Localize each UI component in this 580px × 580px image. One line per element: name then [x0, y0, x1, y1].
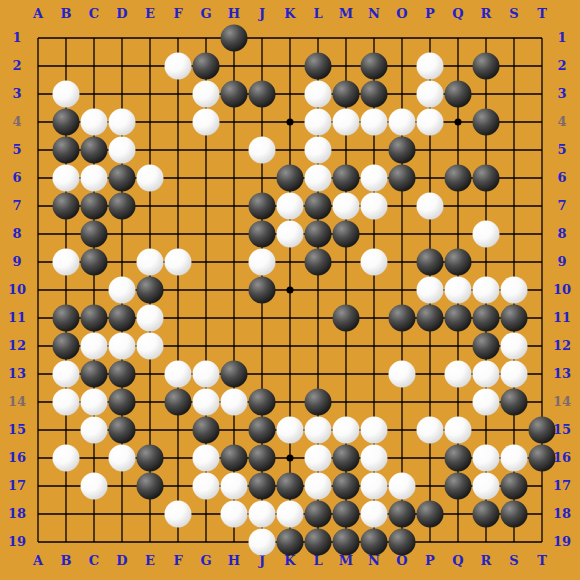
white-stone-D16	[109, 445, 136, 472]
col-label-bottom-E: E	[145, 554, 155, 568]
white-stone-S16	[501, 445, 528, 472]
white-stone-B13	[53, 361, 80, 388]
col-label-top-D: D	[116, 7, 127, 21]
white-stone-B14	[53, 389, 80, 416]
white-stone-B3	[53, 81, 80, 108]
row-label-left-19: 19	[8, 535, 26, 549]
white-stone-R14	[473, 389, 500, 416]
white-stone-P10	[417, 277, 444, 304]
white-stone-G14	[193, 389, 220, 416]
black-stone-J10	[249, 277, 276, 304]
white-stone-Q15	[445, 417, 472, 444]
black-stone-Q6	[445, 165, 472, 192]
black-stone-H3	[221, 81, 248, 108]
go-board-app: AABBCCDDEEFFGGHHJJKKLLMMNNOOPPQQRRSSTT11…	[0, 0, 580, 580]
white-stone-R8	[473, 221, 500, 248]
col-label-bottom-M: M	[339, 554, 353, 568]
black-stone-J15	[249, 417, 276, 444]
white-stone-S10	[501, 277, 528, 304]
black-stone-R6	[473, 165, 500, 192]
col-label-top-J: J	[259, 7, 265, 21]
col-label-bottom-K: K	[284, 554, 295, 568]
black-stone-C8	[81, 221, 108, 248]
hoshi-point-K16	[287, 455, 294, 462]
black-stone-S17	[501, 473, 528, 500]
black-stone-B7	[53, 193, 80, 220]
black-stone-K17	[277, 473, 304, 500]
black-stone-T16	[529, 445, 556, 472]
col-label-top-F: F	[173, 7, 182, 21]
white-stone-B9	[53, 249, 80, 276]
black-stone-C11	[81, 305, 108, 332]
white-stone-H18	[221, 501, 248, 528]
black-stone-T15	[529, 417, 556, 444]
black-stone-Q3	[445, 81, 472, 108]
black-stone-L8	[305, 221, 332, 248]
row-label-left-12: 12	[8, 339, 26, 353]
col-label-top-K: K	[284, 7, 295, 21]
row-label-left-5: 5	[12, 143, 21, 157]
row-label-left-1: 1	[12, 31, 21, 45]
col-label-bottom-H: H	[228, 554, 240, 568]
white-stone-M4	[333, 109, 360, 136]
white-stone-J19	[249, 529, 276, 556]
white-stone-N18	[361, 501, 388, 528]
black-stone-O6	[389, 165, 416, 192]
black-stone-H16	[221, 445, 248, 472]
black-stone-M3	[333, 81, 360, 108]
black-stone-L18	[305, 501, 332, 528]
col-label-bottom-P: P	[425, 554, 435, 568]
white-stone-E9	[137, 249, 164, 276]
col-label-top-N: N	[368, 7, 380, 21]
black-stone-P18	[417, 501, 444, 528]
col-label-top-M: M	[339, 7, 353, 21]
white-stone-S12	[501, 333, 528, 360]
black-stone-H13	[221, 361, 248, 388]
white-stone-S13	[501, 361, 528, 388]
col-label-top-C: C	[89, 7, 99, 21]
white-stone-C14	[81, 389, 108, 416]
black-stone-N3	[361, 81, 388, 108]
row-label-left-10: 10	[8, 283, 26, 297]
col-label-top-O: O	[396, 7, 407, 21]
row-label-right-11: 11	[553, 311, 571, 325]
col-label-bottom-S: S	[509, 554, 518, 568]
row-label-left-4: 4	[12, 115, 21, 129]
black-stone-C7	[81, 193, 108, 220]
black-stone-S11	[501, 305, 528, 332]
white-stone-P3	[417, 81, 444, 108]
black-stone-J8	[249, 221, 276, 248]
black-stone-J7	[249, 193, 276, 220]
black-stone-E17	[137, 473, 164, 500]
col-label-top-H: H	[228, 7, 240, 21]
black-stone-K6	[277, 165, 304, 192]
black-stone-Q16	[445, 445, 472, 472]
row-label-right-16: 16	[553, 451, 571, 465]
white-stone-L3	[305, 81, 332, 108]
row-label-right-8: 8	[557, 227, 566, 241]
white-stone-E6	[137, 165, 164, 192]
white-stone-C12	[81, 333, 108, 360]
black-stone-J14	[249, 389, 276, 416]
row-label-left-18: 18	[8, 507, 26, 521]
white-stone-O17	[389, 473, 416, 500]
white-stone-C4	[81, 109, 108, 136]
black-stone-M8	[333, 221, 360, 248]
white-stone-H14	[221, 389, 248, 416]
white-stone-J9	[249, 249, 276, 276]
white-stone-C15	[81, 417, 108, 444]
col-label-top-Q: Q	[452, 7, 463, 21]
white-stone-B6	[53, 165, 80, 192]
white-stone-K7	[277, 193, 304, 220]
col-label-bottom-G: G	[200, 554, 211, 568]
white-stone-L4	[305, 109, 332, 136]
white-stone-D12	[109, 333, 136, 360]
row-label-left-13: 13	[8, 367, 26, 381]
white-stone-P7	[417, 193, 444, 220]
col-label-top-A: A	[33, 7, 43, 21]
white-stone-D10	[109, 277, 136, 304]
white-stone-G4	[193, 109, 220, 136]
col-label-top-B: B	[61, 7, 72, 21]
black-stone-J16	[249, 445, 276, 472]
col-label-bottom-O: O	[396, 554, 407, 568]
row-label-right-13: 13	[553, 367, 571, 381]
white-stone-R10	[473, 277, 500, 304]
black-stone-Q11	[445, 305, 472, 332]
hoshi-point-K4	[287, 119, 294, 126]
black-stone-O11	[389, 305, 416, 332]
black-stone-F14	[165, 389, 192, 416]
white-stone-R17	[473, 473, 500, 500]
black-stone-H1	[221, 25, 248, 52]
row-label-right-10: 10	[553, 283, 571, 297]
col-label-bottom-T: T	[537, 554, 547, 568]
row-label-right-6: 6	[557, 171, 566, 185]
row-label-right-18: 18	[553, 507, 571, 521]
white-stone-B16	[53, 445, 80, 472]
white-stone-G13	[193, 361, 220, 388]
white-stone-J18	[249, 501, 276, 528]
row-label-right-19: 19	[553, 535, 571, 549]
row-label-left-7: 7	[12, 199, 21, 213]
black-stone-D13	[109, 361, 136, 388]
row-label-right-3: 3	[557, 87, 566, 101]
black-stone-B4	[53, 109, 80, 136]
col-label-bottom-F: F	[173, 554, 182, 568]
white-stone-C6	[81, 165, 108, 192]
row-label-right-9: 9	[557, 255, 566, 269]
col-label-bottom-Q: Q	[452, 554, 463, 568]
black-stone-D15	[109, 417, 136, 444]
white-stone-P4	[417, 109, 444, 136]
black-stone-O18	[389, 501, 416, 528]
black-stone-M19	[333, 529, 360, 556]
black-stone-R4	[473, 109, 500, 136]
col-label-bottom-L: L	[313, 554, 322, 568]
black-stone-D14	[109, 389, 136, 416]
black-stone-M17	[333, 473, 360, 500]
white-stone-H17	[221, 473, 248, 500]
black-stone-M18	[333, 501, 360, 528]
col-label-bottom-C: C	[89, 554, 99, 568]
black-stone-B5	[53, 137, 80, 164]
black-stone-M11	[333, 305, 360, 332]
black-stone-L7	[305, 193, 332, 220]
black-stone-C13	[81, 361, 108, 388]
white-stone-P2	[417, 53, 444, 80]
black-stone-R18	[473, 501, 500, 528]
row-label-right-4: 4	[557, 115, 566, 129]
white-stone-N16	[361, 445, 388, 472]
black-stone-R11	[473, 305, 500, 332]
black-stone-S14	[501, 389, 528, 416]
col-label-top-P: P	[425, 7, 435, 21]
hoshi-point-K10	[287, 287, 294, 294]
white-stone-M15	[333, 417, 360, 444]
black-stone-R12	[473, 333, 500, 360]
white-stone-F9	[165, 249, 192, 276]
row-label-left-6: 6	[12, 171, 21, 185]
col-label-top-G: G	[200, 7, 211, 21]
white-stone-E11	[137, 305, 164, 332]
white-stone-G3	[193, 81, 220, 108]
row-label-right-1: 1	[557, 31, 566, 45]
col-label-top-E: E	[145, 7, 155, 21]
row-label-right-17: 17	[553, 479, 571, 493]
row-label-left-9: 9	[12, 255, 21, 269]
row-label-left-3: 3	[12, 87, 21, 101]
black-stone-R2	[473, 53, 500, 80]
black-stone-C9	[81, 249, 108, 276]
black-stone-L2	[305, 53, 332, 80]
col-label-top-R: R	[481, 7, 492, 21]
col-label-bottom-D: D	[116, 554, 127, 568]
white-stone-M7	[333, 193, 360, 220]
white-stone-O13	[389, 361, 416, 388]
black-stone-N2	[361, 53, 388, 80]
white-stone-G16	[193, 445, 220, 472]
white-stone-N6	[361, 165, 388, 192]
black-stone-P9	[417, 249, 444, 276]
black-stone-L19	[305, 529, 332, 556]
white-stone-D5	[109, 137, 136, 164]
white-stone-F18	[165, 501, 192, 528]
col-label-bottom-J: J	[259, 554, 265, 568]
black-stone-D7	[109, 193, 136, 220]
col-label-bottom-A: A	[33, 554, 43, 568]
white-stone-O4	[389, 109, 416, 136]
black-stone-J3	[249, 81, 276, 108]
white-stone-N9	[361, 249, 388, 276]
white-stone-N4	[361, 109, 388, 136]
col-label-bottom-N: N	[368, 554, 380, 568]
row-label-left-17: 17	[8, 479, 26, 493]
black-stone-O5	[389, 137, 416, 164]
black-stone-B11	[53, 305, 80, 332]
row-label-right-2: 2	[557, 59, 566, 73]
white-stone-E12	[137, 333, 164, 360]
white-stone-L17	[305, 473, 332, 500]
black-stone-B12	[53, 333, 80, 360]
black-stone-O19	[389, 529, 416, 556]
row-label-right-14: 14	[553, 395, 571, 409]
row-label-left-15: 15	[8, 423, 26, 437]
black-stone-E16	[137, 445, 164, 472]
white-stone-R13	[473, 361, 500, 388]
white-stone-Q13	[445, 361, 472, 388]
col-label-top-T: T	[537, 7, 547, 21]
black-stone-Q17	[445, 473, 472, 500]
white-stone-L6	[305, 165, 332, 192]
black-stone-S18	[501, 501, 528, 528]
row-label-right-15: 15	[553, 423, 571, 437]
black-stone-J17	[249, 473, 276, 500]
row-label-left-14: 14	[8, 395, 26, 409]
hoshi-point-Q4	[455, 119, 462, 126]
white-stone-L16	[305, 445, 332, 472]
col-label-bottom-R: R	[481, 554, 492, 568]
black-stone-D11	[109, 305, 136, 332]
row-label-left-2: 2	[12, 59, 21, 73]
white-stone-R16	[473, 445, 500, 472]
black-stone-C5	[81, 137, 108, 164]
white-stone-D4	[109, 109, 136, 136]
white-stone-G17	[193, 473, 220, 500]
black-stone-K19	[277, 529, 304, 556]
white-stone-N15	[361, 417, 388, 444]
white-stone-K15	[277, 417, 304, 444]
black-stone-Q9	[445, 249, 472, 276]
white-stone-P15	[417, 417, 444, 444]
black-stone-M16	[333, 445, 360, 472]
white-stone-F13	[165, 361, 192, 388]
black-stone-D6	[109, 165, 136, 192]
white-stone-Q10	[445, 277, 472, 304]
black-stone-N19	[361, 529, 388, 556]
white-stone-J5	[249, 137, 276, 164]
row-label-left-8: 8	[12, 227, 21, 241]
black-stone-G2	[193, 53, 220, 80]
white-stone-F2	[165, 53, 192, 80]
black-stone-E10	[137, 277, 164, 304]
white-stone-N7	[361, 193, 388, 220]
white-stone-L5	[305, 137, 332, 164]
white-stone-K18	[277, 501, 304, 528]
row-label-left-11: 11	[8, 311, 26, 325]
row-label-right-12: 12	[553, 339, 571, 353]
col-label-bottom-B: B	[61, 554, 72, 568]
black-stone-M6	[333, 165, 360, 192]
row-label-left-16: 16	[8, 451, 26, 465]
black-stone-P11	[417, 305, 444, 332]
black-stone-L14	[305, 389, 332, 416]
white-stone-C17	[81, 473, 108, 500]
col-label-top-L: L	[313, 7, 322, 21]
row-label-right-7: 7	[557, 199, 566, 213]
white-stone-L15	[305, 417, 332, 444]
row-label-right-5: 5	[557, 143, 566, 157]
black-stone-L9	[305, 249, 332, 276]
white-stone-K8	[277, 221, 304, 248]
white-stone-N17	[361, 473, 388, 500]
col-label-top-S: S	[509, 7, 518, 21]
black-stone-G15	[193, 417, 220, 444]
